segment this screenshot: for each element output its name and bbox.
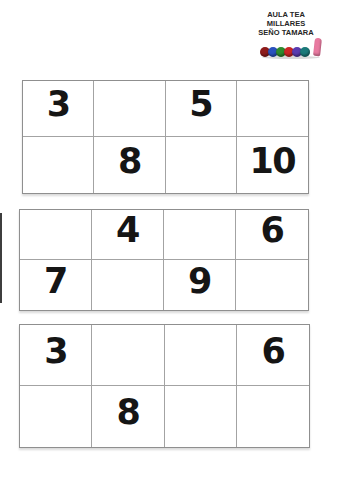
grid-cell: 9: [164, 260, 236, 310]
grid-cell: 8: [92, 386, 164, 447]
grid-cell: 3: [20, 325, 92, 386]
grid-cell: 8: [94, 137, 165, 193]
sequence-grid-1: 3 5 8 10: [22, 80, 309, 194]
grid-cell: 5: [166, 81, 237, 137]
answer-cell[interactable]: [236, 260, 308, 310]
grid-cell: 4: [92, 210, 164, 260]
grid-cell: 6: [236, 210, 308, 260]
sequence-grid-2: 4 6 7 9: [19, 209, 309, 311]
answer-cell[interactable]: [166, 137, 237, 193]
answer-cell[interactable]: [20, 386, 92, 447]
answer-cell[interactable]: [237, 386, 309, 447]
grid-cell: 7: [20, 260, 92, 310]
classroom-name: AULA TEA MILLARES: [252, 10, 320, 28]
answer-cell[interactable]: [165, 386, 237, 447]
grid-cell: 10: [237, 137, 308, 193]
answer-cell[interactable]: [94, 81, 165, 137]
answer-cell[interactable]: [237, 81, 308, 137]
answer-cell[interactable]: [92, 260, 164, 310]
caterpillar-logo-icon: [260, 35, 324, 59]
scan-artifact-line: [0, 213, 2, 303]
pompom-balls: [260, 47, 308, 57]
pompom-ball: [300, 47, 310, 57]
grid-cell: 6: [237, 325, 309, 386]
worksheet-header: AULA TEA MILLARES SEÑO TAMARA: [252, 10, 320, 37]
answer-cell[interactable]: [23, 137, 94, 193]
answer-cell[interactable]: [165, 325, 237, 386]
sequence-grid-3: 3 6 8: [19, 324, 310, 448]
pink-figure-icon: [313, 38, 322, 57]
answer-cell[interactable]: [92, 325, 164, 386]
grid-cell: 3: [23, 81, 94, 137]
answer-cell[interactable]: [164, 210, 236, 260]
answer-cell[interactable]: [20, 210, 92, 260]
